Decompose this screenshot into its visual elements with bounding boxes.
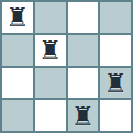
square-r4c4[interactable] [100, 100, 131, 131]
square-r3c3[interactable] [68, 68, 99, 99]
square-r3c4[interactable]: ♜ [100, 68, 131, 99]
square-r1c3[interactable] [68, 2, 99, 33]
square-r3c2[interactable] [35, 68, 66, 99]
chess-board: ♜♜♜♜ [0, 0, 133, 133]
square-r1c4[interactable] [100, 2, 131, 33]
square-r1c2[interactable] [35, 2, 66, 33]
black-rook-icon: ♜ [6, 4, 29, 30]
square-r4c2[interactable] [35, 100, 66, 131]
square-r1c1[interactable]: ♜ [2, 2, 33, 33]
square-r2c1[interactable] [2, 35, 33, 66]
black-rook-icon: ♜ [38, 37, 61, 63]
square-r3c1[interactable] [2, 68, 33, 99]
square-r2c3[interactable] [68, 35, 99, 66]
square-r4c3[interactable]: ♜ [68, 100, 99, 131]
square-r2c4[interactable] [100, 35, 131, 66]
square-r4c1[interactable] [2, 100, 33, 131]
square-r2c2[interactable]: ♜ [35, 35, 66, 66]
black-rook-icon: ♜ [104, 70, 127, 96]
black-rook-icon: ♜ [71, 103, 94, 129]
